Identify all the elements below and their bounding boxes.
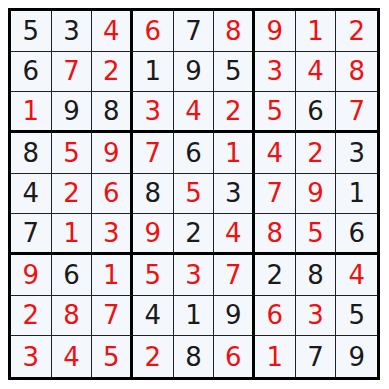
- given-digit: 6: [23, 58, 40, 84]
- cell-r3c4[interactable]: 3: [133, 92, 174, 133]
- cell-r2c1[interactable]: 6: [11, 52, 52, 93]
- cell-r1c5[interactable]: 7: [174, 11, 215, 52]
- given-digit: 8: [103, 98, 120, 124]
- given-digit: 6: [348, 220, 365, 246]
- solved-digit: 7: [225, 262, 242, 288]
- solved-digit: 2: [225, 98, 242, 124]
- given-digit: 8: [145, 180, 162, 206]
- cell-r3c1[interactable]: 1: [11, 92, 52, 133]
- cell-r4c3[interactable]: 9: [92, 133, 133, 174]
- given-digit: 1: [348, 180, 365, 206]
- solved-digit: 4: [103, 18, 120, 44]
- solved-digit: 3: [145, 98, 162, 124]
- cell-r5c3[interactable]: 6: [92, 174, 133, 215]
- cell-r9c2[interactable]: 4: [52, 336, 93, 377]
- solved-digit: 4: [63, 344, 80, 370]
- solved-digit: 4: [185, 98, 202, 124]
- solved-digit: 8: [267, 220, 284, 246]
- given-digit: 8: [185, 344, 202, 370]
- cell-r1c1[interactable]: 5: [11, 11, 52, 52]
- given-digit: 6: [63, 262, 80, 288]
- solved-digit: 9: [103, 140, 120, 166]
- cell-r8c3[interactable]: 7: [92, 296, 133, 337]
- solved-digit: 7: [63, 58, 80, 84]
- solved-digit: 5: [307, 220, 324, 246]
- given-digit: 9: [185, 58, 202, 84]
- solved-digit: 3: [307, 302, 324, 328]
- solved-digit: 9: [307, 180, 324, 206]
- solved-digit: 3: [185, 262, 202, 288]
- given-digit: 3: [348, 140, 365, 166]
- solved-digit: 4: [348, 262, 365, 288]
- cell-r7c2[interactable]: 6: [52, 255, 93, 296]
- cell-r1c8[interactable]: 1: [296, 11, 337, 52]
- cell-r5c8[interactable]: 9: [296, 174, 337, 215]
- cell-r6c9[interactable]: 6: [336, 214, 377, 255]
- cell-r9c4[interactable]: 2: [133, 336, 174, 377]
- solved-digit: 6: [267, 302, 284, 328]
- solved-digit: 5: [103, 344, 120, 370]
- cell-r2c9[interactable]: 8: [336, 52, 377, 93]
- cell-r9c6[interactable]: 6: [214, 336, 255, 377]
- cell-r4c2[interactable]: 5: [52, 133, 93, 174]
- cell-r8c2[interactable]: 8: [52, 296, 93, 337]
- cell-r4c7[interactable]: 4: [255, 133, 296, 174]
- cell-r7c6[interactable]: 7: [214, 255, 255, 296]
- given-digit: 2: [267, 262, 284, 288]
- cell-r2c8[interactable]: 4: [296, 52, 337, 93]
- cell-r3c2[interactable]: 9: [52, 92, 93, 133]
- cell-r4c1[interactable]: 8: [11, 133, 52, 174]
- cell-r8c5[interactable]: 1: [174, 296, 215, 337]
- cell-r6c2[interactable]: 1: [52, 214, 93, 255]
- solved-digit: 3: [103, 220, 120, 246]
- solved-digit: 1: [307, 18, 324, 44]
- solved-digit: 2: [145, 344, 162, 370]
- cell-r6c4[interactable]: 9: [133, 214, 174, 255]
- solved-digit: 8: [348, 58, 365, 84]
- solved-digit: 9: [267, 18, 284, 44]
- solved-digit: 1: [225, 140, 242, 166]
- solved-digit: 5: [267, 98, 284, 124]
- solved-digit: 5: [63, 140, 80, 166]
- solved-digit: 6: [145, 18, 162, 44]
- cell-r7c1[interactable]: 9: [11, 255, 52, 296]
- cell-r3c3[interactable]: 8: [92, 92, 133, 133]
- solved-digit: 9: [23, 262, 40, 288]
- given-digit: 7: [23, 220, 40, 246]
- cell-r9c5[interactable]: 8: [174, 336, 215, 377]
- cell-r8c7[interactable]: 6: [255, 296, 296, 337]
- cell-r4c8[interactable]: 2: [296, 133, 337, 174]
- solved-digit: 7: [145, 140, 162, 166]
- cell-r8c1[interactable]: 2: [11, 296, 52, 337]
- solved-digit: 4: [307, 58, 324, 84]
- solved-digit: 1: [23, 98, 40, 124]
- cell-r5c2[interactable]: 2: [52, 174, 93, 215]
- cell-r6c3[interactable]: 3: [92, 214, 133, 255]
- cell-r3c9[interactable]: 7: [336, 92, 377, 133]
- given-digit: 5: [348, 302, 365, 328]
- given-digit: 3: [225, 180, 242, 206]
- cell-r9c1[interactable]: 3: [11, 336, 52, 377]
- cell-r5c4[interactable]: 8: [133, 174, 174, 215]
- cell-r1c2[interactable]: 3: [52, 11, 93, 52]
- solved-digit: 7: [267, 180, 284, 206]
- cell-r6c6[interactable]: 4: [214, 214, 255, 255]
- given-digit: 8: [23, 140, 40, 166]
- cell-r6c5[interactable]: 2: [174, 214, 215, 255]
- cell-r5c9[interactable]: 1: [336, 174, 377, 215]
- solved-digit: 2: [348, 18, 365, 44]
- solved-digit: 9: [145, 220, 162, 246]
- solved-digit: 4: [267, 140, 284, 166]
- solved-digit: 5: [145, 262, 162, 288]
- given-digit: 7: [185, 18, 202, 44]
- given-digit: 6: [185, 140, 202, 166]
- solved-digit: 1: [63, 220, 80, 246]
- cell-r4c9[interactable]: 3: [336, 133, 377, 174]
- solved-digit: 8: [225, 18, 242, 44]
- cell-r2c3[interactable]: 2: [92, 52, 133, 93]
- solved-digit: 2: [103, 58, 120, 84]
- cell-r7c7[interactable]: 2: [255, 255, 296, 296]
- cell-r2c7[interactable]: 3: [255, 52, 296, 93]
- given-digit: 5: [225, 58, 242, 84]
- cell-r6c7[interactable]: 8: [255, 214, 296, 255]
- sudoku-page: 5346789126721953481983425678597614234268…: [0, 0, 389, 389]
- cell-r2c4[interactable]: 1: [133, 52, 174, 93]
- cell-r2c2[interactable]: 7: [52, 52, 93, 93]
- cell-r1c7[interactable]: 9: [255, 11, 296, 52]
- solved-digit: 6: [103, 180, 120, 206]
- given-digit: 5: [23, 18, 40, 44]
- cell-r2c6[interactable]: 5: [214, 52, 255, 93]
- given-digit: 6: [307, 98, 324, 124]
- cell-r7c3[interactable]: 1: [92, 255, 133, 296]
- cell-r4c5[interactable]: 6: [174, 133, 215, 174]
- sudoku-board: 5346789126721953481983425678597614234268…: [8, 8, 380, 380]
- solved-digit: 7: [103, 302, 120, 328]
- cell-r5c1[interactable]: 4: [11, 174, 52, 215]
- solved-digit: 6: [225, 344, 242, 370]
- solved-digit: 1: [103, 262, 120, 288]
- given-digit: 1: [145, 58, 162, 84]
- cell-r1c3[interactable]: 4: [92, 11, 133, 52]
- given-digit: 9: [63, 98, 80, 124]
- cell-r7c8[interactable]: 8: [296, 255, 337, 296]
- cell-r6c1[interactable]: 7: [11, 214, 52, 255]
- cell-r7c4[interactable]: 5: [133, 255, 174, 296]
- solved-digit: 2: [23, 302, 40, 328]
- cell-r3c6[interactable]: 2: [214, 92, 255, 133]
- cell-r1c9[interactable]: 2: [336, 11, 377, 52]
- cell-r1c4[interactable]: 6: [133, 11, 174, 52]
- solved-digit: 1: [267, 344, 284, 370]
- given-digit: 7: [307, 344, 324, 370]
- solved-digit: 8: [63, 302, 80, 328]
- solved-digit: 3: [267, 58, 284, 84]
- cell-r7c5[interactable]: 3: [174, 255, 215, 296]
- cell-r6c8[interactable]: 5: [296, 214, 337, 255]
- cell-r4c4[interactable]: 7: [133, 133, 174, 174]
- given-digit: 3: [63, 18, 80, 44]
- given-digit: 4: [145, 302, 162, 328]
- cell-r5c6[interactable]: 3: [214, 174, 255, 215]
- cell-r8c9[interactable]: 5: [336, 296, 377, 337]
- given-digit: 8: [307, 262, 324, 288]
- given-digit: 9: [348, 344, 365, 370]
- cell-r3c7[interactable]: 5: [255, 92, 296, 133]
- given-digit: 1: [185, 302, 202, 328]
- cell-r9c9[interactable]: 9: [336, 336, 377, 377]
- given-digit: 9: [225, 302, 242, 328]
- cell-r9c8[interactable]: 7: [296, 336, 337, 377]
- cell-r9c3[interactable]: 5: [92, 336, 133, 377]
- cell-r3c8[interactable]: 6: [296, 92, 337, 133]
- solved-digit: 4: [225, 220, 242, 246]
- cell-r4c6[interactable]: 1: [214, 133, 255, 174]
- cell-r8c4[interactable]: 4: [133, 296, 174, 337]
- solved-digit: 7: [348, 98, 365, 124]
- cell-r3c5[interactable]: 4: [174, 92, 215, 133]
- cell-r9c7[interactable]: 1: [255, 336, 296, 377]
- cell-r1c6[interactable]: 8: [214, 11, 255, 52]
- cell-r8c6[interactable]: 9: [214, 296, 255, 337]
- solved-digit: 5: [185, 180, 202, 206]
- cell-r5c7[interactable]: 7: [255, 174, 296, 215]
- cell-r7c9[interactable]: 4: [336, 255, 377, 296]
- cell-r8c8[interactable]: 3: [296, 296, 337, 337]
- solved-digit: 2: [63, 180, 80, 206]
- cell-r5c5[interactable]: 5: [174, 174, 215, 215]
- cell-r2c5[interactable]: 9: [174, 52, 215, 93]
- solved-digit: 3: [23, 344, 40, 370]
- given-digit: 4: [23, 180, 40, 206]
- solved-digit: 2: [307, 140, 324, 166]
- given-digit: 2: [185, 220, 202, 246]
